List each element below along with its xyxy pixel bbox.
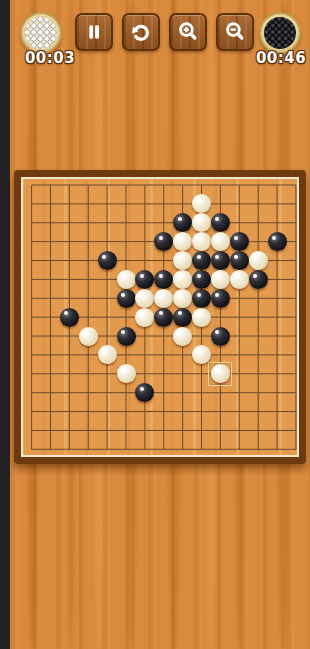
black-stone [173, 308, 192, 327]
white-stone [211, 270, 230, 289]
pause-button[interactable] [75, 13, 113, 51]
white-stone [192, 308, 211, 327]
restart-button[interactable] [122, 13, 160, 51]
zoom-out-button[interactable] [216, 13, 254, 51]
white-stone [117, 364, 136, 383]
white-stones-bowl [20, 12, 62, 54]
white-stone [173, 289, 192, 308]
black-stone [192, 251, 211, 270]
black-stone [98, 251, 117, 270]
pause-icon [79, 17, 109, 47]
white-stone [173, 270, 192, 289]
black-stone [230, 251, 249, 270]
black-stone [211, 289, 230, 308]
white-stone [249, 251, 268, 270]
black-stone [211, 251, 230, 270]
white-stone [79, 327, 98, 346]
black-stone [211, 327, 230, 346]
black-stone [268, 232, 287, 251]
black-stone [60, 308, 79, 327]
black-stone [230, 232, 249, 251]
board-surface[interactable] [23, 179, 297, 455]
zoom-in-button[interactable] [169, 13, 207, 51]
white-stone [154, 289, 173, 308]
white-timer: 00:03 [18, 49, 82, 67]
black-stone [154, 308, 173, 327]
black-stone [117, 289, 136, 308]
white-stone [117, 270, 136, 289]
black-stone [117, 327, 136, 346]
white-stone [98, 345, 117, 364]
black-stone [192, 270, 211, 289]
app-screen: 00:03 [10, 0, 310, 649]
white-stone [211, 232, 230, 251]
white-stone [192, 232, 211, 251]
white-stone [135, 308, 154, 327]
restart-icon [126, 17, 156, 47]
black-stone [249, 270, 268, 289]
black-stone [154, 270, 173, 289]
white-stone [230, 270, 249, 289]
black-stones-bowl [259, 12, 301, 54]
white-stone [173, 327, 192, 346]
black-stone [192, 289, 211, 308]
white-stone [173, 251, 192, 270]
black-stone [211, 213, 230, 232]
toolbar [75, 13, 254, 51]
zoom-in-icon [173, 17, 203, 47]
game-board[interactable] [14, 170, 306, 464]
black-timer: 00:46 [249, 49, 310, 67]
zoom-out-icon [220, 17, 250, 47]
